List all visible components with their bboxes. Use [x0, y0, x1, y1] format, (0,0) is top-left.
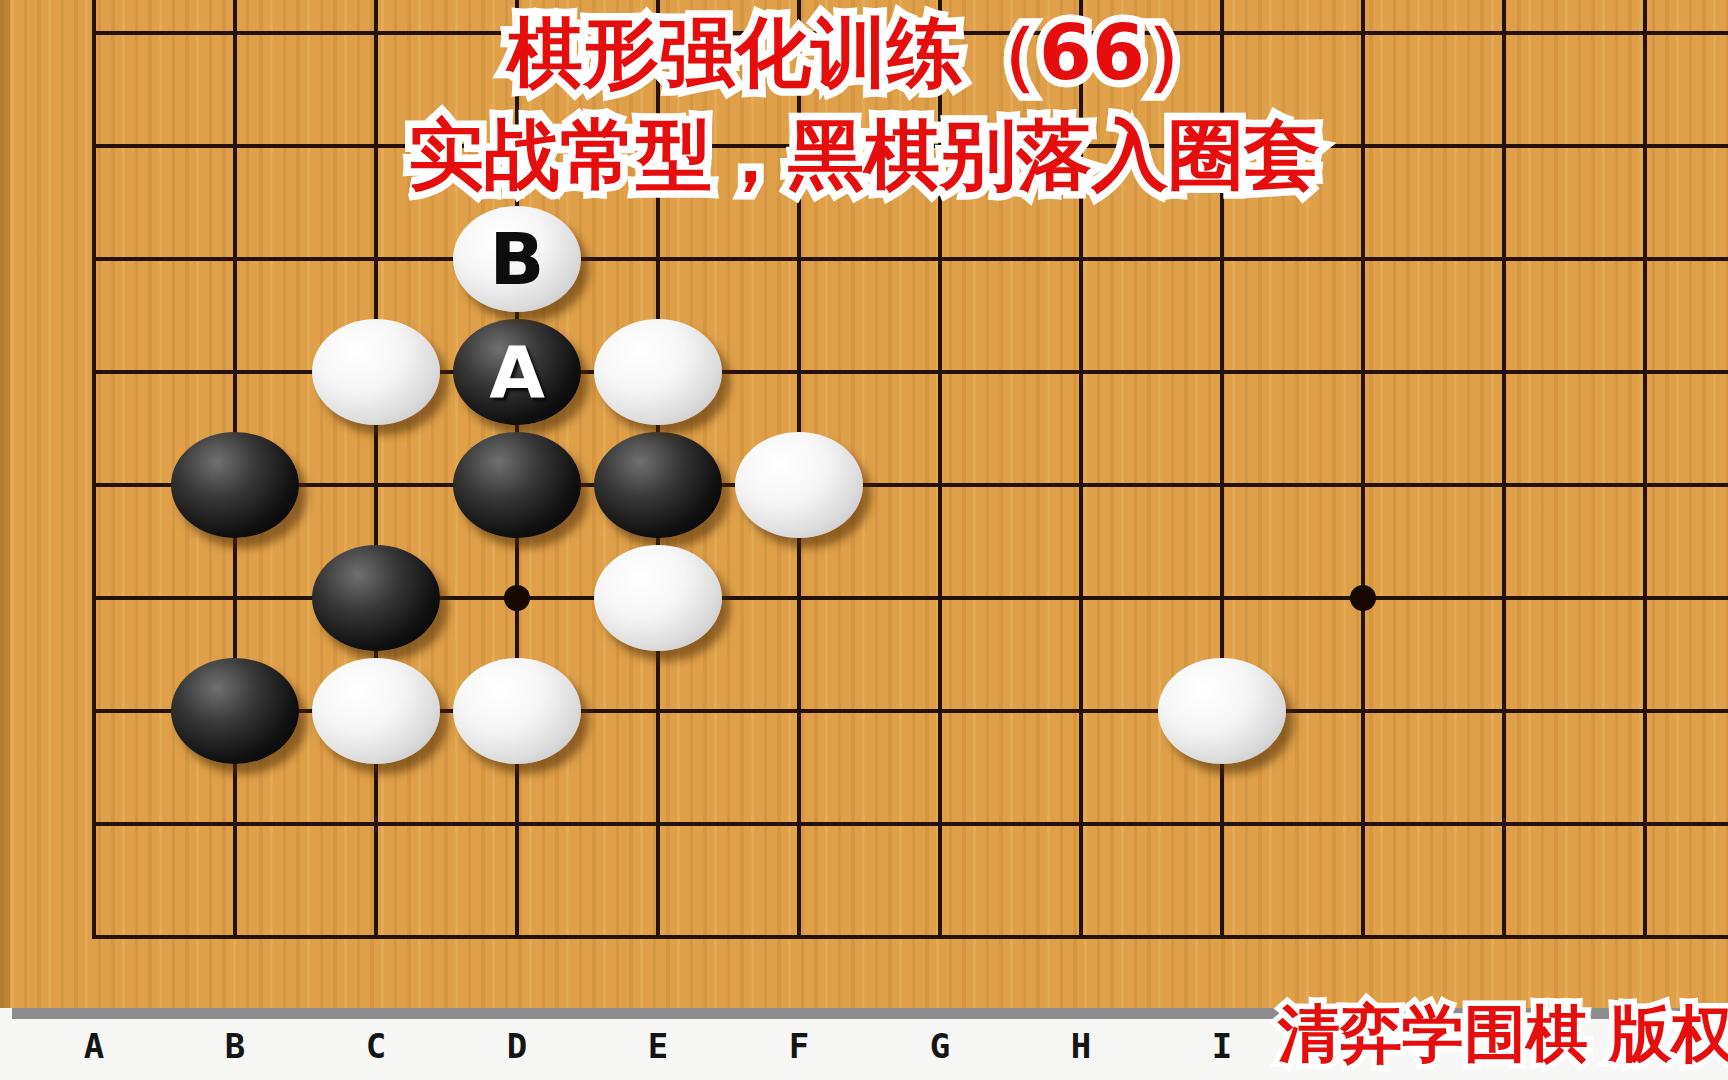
stone-black-E5[interactable] [594, 432, 722, 538]
column-label-C: C [346, 1026, 406, 1066]
column-label-D: D [487, 1026, 547, 1066]
stone-white-F5[interactable] [735, 432, 863, 538]
grid-line-col-C [374, 0, 378, 939]
grid-line-row-5 [92, 483, 1728, 487]
stone-marker-B: B [490, 223, 545, 295]
screenshot-root: { "game": "go", "board_size": 19, "view"… [0, 0, 1728, 1080]
stone-black-B5[interactable] [171, 432, 299, 538]
stone-black-D6[interactable]: A [453, 319, 581, 425]
grid-line-col-I [1220, 0, 1224, 939]
stone-white-D3[interactable] [453, 658, 581, 764]
stone-marker-A: A [489, 336, 545, 408]
stone-white-E4[interactable] [594, 545, 722, 651]
column-label-H: H [1051, 1026, 1111, 1066]
grid-line-col-A [92, 0, 96, 939]
stone-white-E6[interactable] [594, 319, 722, 425]
grid-line-row-1 [92, 935, 1728, 939]
grid-line-row-8 [92, 144, 1728, 148]
column-label-B: B [205, 1026, 265, 1066]
watermark-text: 清弈学围棋 版权制 [1278, 997, 1728, 1070]
stone-black-B3[interactable] [171, 658, 299, 764]
star-point-J4 [1350, 585, 1376, 611]
grid-line-row-7 [92, 257, 1728, 261]
grid-line-row-2 [92, 822, 1728, 826]
column-label-E: E [628, 1026, 688, 1066]
column-label-F: F [769, 1026, 829, 1066]
stone-black-C4[interactable] [312, 545, 440, 651]
column-label-A: A [64, 1026, 124, 1066]
grid-line-col-K [1502, 0, 1506, 939]
column-label-G: G [910, 1026, 970, 1066]
stone-white-D7[interactable]: B [453, 206, 581, 312]
grid-line-col-H [1079, 0, 1083, 939]
grid-line-row-9 [92, 31, 1728, 35]
stone-white-C3[interactable] [312, 658, 440, 764]
stone-white-C6[interactable] [312, 319, 440, 425]
grid-line-col-G [938, 0, 942, 939]
board-left-edge [0, 0, 10, 1008]
stone-white-I3[interactable] [1158, 658, 1286, 764]
column-label-I: I [1192, 1026, 1252, 1066]
grid-line-col-L [1643, 0, 1647, 939]
watermark: 清弈学围棋 版权制 清弈学围棋 版权制 [1278, 998, 1728, 1070]
stone-black-D5[interactable] [453, 432, 581, 538]
star-point-D4 [504, 585, 530, 611]
grid-line-col-J [1361, 0, 1365, 939]
